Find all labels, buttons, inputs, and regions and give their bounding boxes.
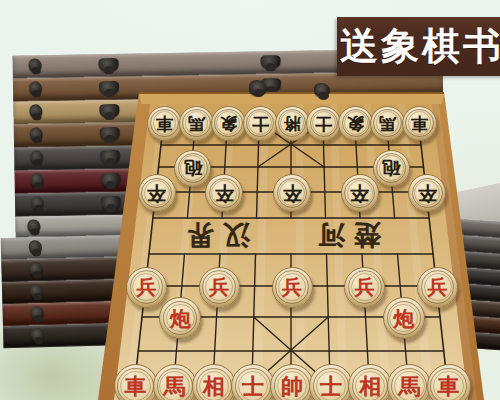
product-photo-stage: 汉界 楚河 車馬象士將士象馬車砲砲卒卒卒卒卒兵兵兵兵兵炮炮車馬相士帥士相馬車 送…	[0, 0, 500, 400]
piece-black-advisor[interactable]: 士	[306, 106, 341, 141]
piece-glyph: 兵	[355, 277, 375, 297]
piece-glyph: 車	[156, 115, 173, 132]
piece-red-cannon[interactable]: 炮	[159, 297, 201, 339]
piece-red-soldier[interactable]: 兵	[417, 267, 458, 308]
piece-red-horse[interactable]: 馬	[153, 364, 197, 400]
piece-black-horse[interactable]: 馬	[370, 106, 405, 141]
piece-red-advisor[interactable]: 士	[309, 364, 353, 400]
piece-glyph: 兵	[428, 277, 448, 297]
piece-black-cannon[interactable]: 砲	[174, 150, 211, 187]
piece-glyph: 兵	[282, 277, 302, 297]
piece-black-general[interactable]: 將	[275, 106, 310, 141]
piece-red-elephant[interactable]: 相	[192, 364, 236, 400]
piece-red-soldier[interactable]: 兵	[199, 267, 240, 308]
piece-glyph: 馬	[164, 375, 186, 397]
piece-red-advisor[interactable]: 士	[231, 364, 275, 400]
piece-black-soldier[interactable]: 卒	[138, 174, 176, 212]
piece-glyph: 馬	[398, 375, 420, 397]
piece-black-soldier[interactable]: 卒	[408, 174, 446, 212]
piece-red-cannon[interactable]: 炮	[383, 297, 425, 339]
piece-red-chariot[interactable]: 車	[427, 364, 471, 400]
piece-glyph: 車	[411, 115, 428, 132]
piece-black-chariot[interactable]: 車	[402, 106, 437, 141]
piece-glyph: 象	[220, 115, 237, 132]
piece-glyph: 士	[252, 115, 269, 132]
piece-glyph: 炮	[170, 308, 191, 329]
river-label-right: 楚河	[309, 217, 381, 253]
piece-black-soldier[interactable]: 卒	[341, 174, 379, 212]
piece-red-soldier[interactable]: 兵	[126, 267, 167, 308]
promo-banner-text: 送象棋书	[340, 21, 500, 72]
piece-red-soldier[interactable]: 兵	[344, 267, 385, 308]
piece-glyph: 砲	[184, 159, 202, 177]
piece-black-advisor[interactable]: 士	[243, 106, 278, 141]
piece-glyph: 卒	[283, 184, 302, 203]
piece-glyph: 卒	[147, 184, 166, 203]
piece-glyph: 馬	[379, 115, 396, 132]
piece-glyph: 士	[315, 115, 332, 132]
piece-glyph: 象	[347, 115, 364, 132]
hinge-clasp-icon	[249, 80, 267, 96]
piece-glyph: 卒	[215, 184, 234, 203]
piece-glyph: 車	[438, 375, 460, 397]
hinge-clasp-icon	[314, 83, 330, 97]
piece-glyph: 士	[320, 375, 342, 397]
piece-glyph: 砲	[382, 159, 400, 177]
piece-red-general[interactable]: 帥	[270, 364, 314, 400]
piece-glyph: 卒	[418, 184, 437, 203]
piece-red-chariot[interactable]: 車	[114, 364, 158, 400]
piece-glyph: 卒	[350, 184, 369, 203]
piece-black-cannon[interactable]: 砲	[373, 150, 410, 187]
piece-glyph: 帥	[281, 375, 303, 397]
piece-black-elephant[interactable]: 象	[338, 106, 373, 141]
river-label-left: 汉界	[178, 217, 250, 253]
piece-glyph: 士	[242, 375, 264, 397]
piece-glyph: 兵	[209, 277, 229, 297]
piece-glyph: 相	[203, 375, 225, 397]
promo-banner: 送象棋书	[337, 17, 500, 76]
piece-glyph: 炮	[393, 308, 414, 329]
piece-glyph: 兵	[136, 277, 156, 297]
piece-glyph: 相	[359, 375, 381, 397]
piece-glyph: 馬	[188, 115, 205, 132]
piece-glyph: 將	[284, 115, 301, 132]
piece-black-horse[interactable]: 馬	[179, 106, 214, 141]
piece-black-elephant[interactable]: 象	[211, 106, 246, 141]
piece-black-chariot[interactable]: 車	[147, 106, 182, 141]
piece-red-soldier[interactable]: 兵	[272, 267, 313, 308]
piece-glyph: 車	[125, 375, 147, 397]
piece-black-soldier[interactable]: 卒	[273, 174, 311, 212]
